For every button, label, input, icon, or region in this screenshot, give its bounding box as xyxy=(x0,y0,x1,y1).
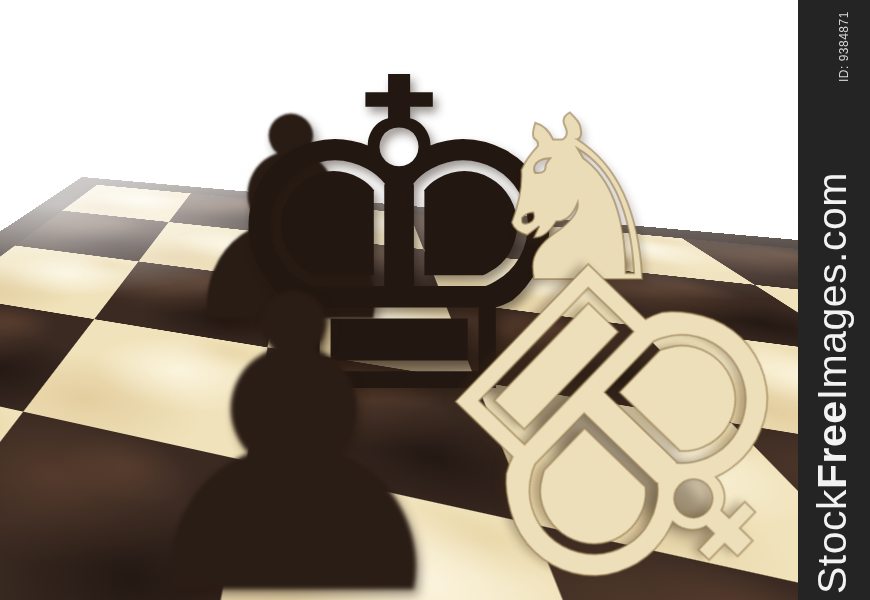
watermark-id: ID: 9384871 xyxy=(837,11,851,82)
stock-photo-stage: ♟♚♞♚♟ StockFreeImages.com ID: 9384871 xyxy=(0,0,870,600)
piece-black-pawn-front: ♟ xyxy=(111,244,477,600)
watermark-brand-rest: Images.com xyxy=(809,172,855,400)
watermark-bar: StockFreeImages.com ID: 9384871 xyxy=(798,0,870,600)
watermark-brand-stock: Stock xyxy=(809,489,855,594)
watermark-brand-free: Free xyxy=(809,400,855,489)
watermark-brand: StockFreeImages.com xyxy=(809,172,856,594)
